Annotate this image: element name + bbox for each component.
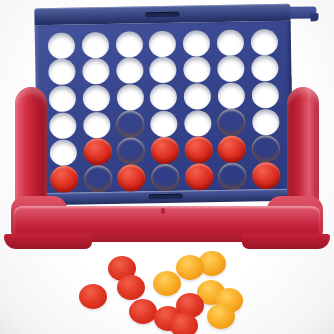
loose-disc-yellow [207, 304, 235, 329]
yellow-disc [117, 137, 145, 164]
red-disc [117, 164, 145, 191]
empty-hole [183, 30, 210, 56]
empty-hole [251, 82, 278, 108]
red-disc [83, 138, 111, 165]
cell-r5c1 [47, 138, 81, 166]
base-right-foot [242, 234, 330, 249]
hole-grid [45, 29, 284, 193]
cell-r4c3 [114, 110, 148, 138]
cell-r5c4 [148, 137, 182, 165]
yellow-disc [252, 135, 280, 162]
game-board [34, 4, 293, 205]
empty-hole [150, 57, 177, 83]
cell-r4c2 [80, 111, 114, 139]
slider-arm-tip [310, 13, 318, 21]
empty-hole [252, 108, 279, 134]
cell-r6c6 [216, 163, 250, 191]
empty-hole [50, 139, 77, 165]
cell-r2c3 [113, 58, 147, 85]
cell-r1c5 [180, 30, 214, 57]
cell-r1c1 [45, 32, 79, 59]
empty-hole [116, 84, 143, 110]
board-face [35, 21, 294, 193]
cell-r1c7 [247, 29, 281, 56]
cell-r1c4 [146, 31, 180, 58]
empty-hole [116, 32, 143, 58]
cell-r3c1 [46, 85, 80, 112]
cell-r6c4 [148, 164, 182, 192]
empty-hole [82, 58, 109, 84]
cell-r1c6 [213, 30, 247, 57]
cell-r3c6 [214, 82, 248, 109]
loose-disc-yellow [176, 255, 204, 280]
yellow-disc [218, 163, 246, 190]
slider-release-arm [288, 6, 316, 18]
empty-hole [217, 30, 244, 56]
loose-disc-red [117, 275, 145, 300]
empty-hole [150, 84, 177, 110]
red-disc [252, 162, 280, 189]
empty-hole [217, 56, 244, 82]
red-disc [218, 136, 246, 163]
red-disc [184, 136, 212, 163]
red-disc [185, 163, 213, 190]
cell-r1c2 [78, 32, 112, 59]
loose-disc-red [170, 313, 198, 334]
base-left-foot [4, 234, 92, 249]
empty-hole [83, 111, 110, 137]
cell-r5c7 [249, 135, 283, 163]
cell-r4c1 [46, 111, 80, 139]
empty-hole [49, 112, 76, 138]
bottom-latch-slot [149, 194, 183, 200]
empty-hole [183, 57, 210, 83]
cell-r6c3 [114, 164, 148, 192]
cell-r3c3 [113, 84, 147, 111]
cell-r4c4 [147, 110, 181, 138]
red-disc [50, 166, 78, 193]
cell-r2c4 [146, 57, 180, 84]
cell-r6c1 [47, 165, 81, 193]
empty-hole [184, 83, 211, 109]
empty-hole [82, 32, 109, 58]
yellow-disc [116, 110, 144, 137]
cell-r3c5 [180, 83, 214, 110]
connect-four-photo [0, 0, 334, 334]
cell-r2c1 [45, 59, 79, 86]
cell-r4c5 [181, 109, 215, 137]
empty-hole [48, 33, 75, 59]
cell-r2c2 [79, 58, 113, 85]
yellow-disc [84, 165, 112, 192]
cell-r3c4 [147, 83, 181, 110]
loose-disc-red [79, 284, 107, 309]
red-disc [151, 137, 179, 164]
cell-r2c6 [214, 56, 248, 83]
cell-r5c2 [80, 138, 114, 166]
cell-r4c7 [248, 108, 282, 136]
empty-hole [116, 58, 143, 84]
empty-hole [218, 82, 245, 108]
top-latch-slot [145, 12, 179, 18]
empty-hole [251, 55, 278, 81]
cell-r3c2 [79, 85, 113, 112]
cell-r5c6 [215, 136, 249, 164]
cell-r5c5 [181, 136, 215, 164]
cell-r2c7 [247, 55, 281, 82]
yellow-disc [151, 164, 179, 191]
cell-r3c7 [248, 82, 282, 109]
loose-disc-yellow [153, 271, 181, 296]
cell-r6c5 [182, 163, 216, 191]
cell-r6c7 [249, 162, 283, 190]
yellow-disc [218, 109, 246, 136]
empty-hole [149, 31, 176, 57]
base-center-pin [161, 208, 165, 214]
empty-hole [151, 110, 178, 136]
loose-disc-red [129, 299, 157, 324]
cell-r5c3 [114, 137, 148, 165]
cell-r1c3 [112, 31, 146, 58]
empty-hole [49, 85, 76, 111]
cell-r4c6 [215, 109, 249, 137]
cell-r2c5 [180, 56, 214, 83]
empty-hole [49, 59, 76, 85]
empty-hole [184, 110, 211, 136]
empty-hole [83, 85, 110, 111]
empty-hole [250, 29, 277, 55]
cell-r6c2 [81, 165, 115, 193]
